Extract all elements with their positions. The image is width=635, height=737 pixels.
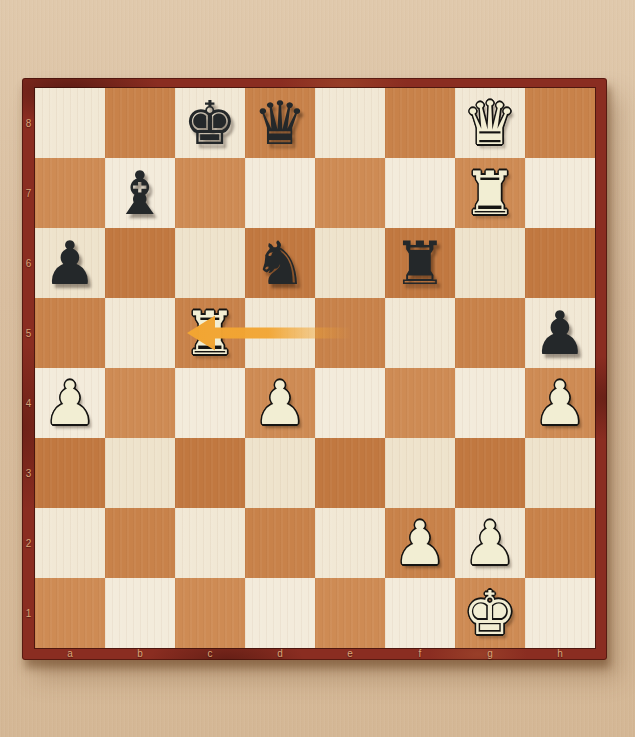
square-c3[interactable]	[175, 438, 245, 508]
square-e3[interactable]	[315, 438, 385, 508]
square-d2[interactable]	[245, 508, 315, 578]
square-e7[interactable]	[315, 158, 385, 228]
piece-white-pawn[interactable]: ♟	[43, 368, 97, 438]
square-c1[interactable]	[175, 578, 245, 648]
square-h5[interactable]: ♟	[525, 298, 595, 368]
rank-label-3: 3	[22, 438, 35, 508]
piece-black-pawn[interactable]: ♟	[43, 228, 97, 298]
square-c5[interactable]: ♜	[175, 298, 245, 368]
piece-black-bishop[interactable]: ♝	[113, 158, 167, 228]
square-f4[interactable]	[385, 368, 455, 438]
square-h2[interactable]	[525, 508, 595, 578]
square-b6[interactable]	[105, 228, 175, 298]
square-e8[interactable]	[315, 88, 385, 158]
square-b5[interactable]	[105, 298, 175, 368]
rank-labels: 87654321	[22, 88, 35, 648]
file-label-d: d	[245, 648, 315, 660]
piece-white-rook[interactable]: ♜	[463, 158, 517, 228]
piece-black-king[interactable]: ♚	[183, 88, 237, 158]
rank-label-7: 7	[22, 158, 35, 228]
piece-black-rook[interactable]: ♜	[393, 228, 447, 298]
square-h3[interactable]	[525, 438, 595, 508]
square-a8[interactable]	[35, 88, 105, 158]
square-h7[interactable]	[525, 158, 595, 228]
file-label-g: g	[455, 648, 525, 660]
piece-black-pawn[interactable]: ♟	[533, 298, 587, 368]
square-d7[interactable]	[245, 158, 315, 228]
square-f8[interactable]	[385, 88, 455, 158]
square-b2[interactable]	[105, 508, 175, 578]
piece-black-queen[interactable]: ♛	[253, 88, 307, 158]
square-b1[interactable]	[105, 578, 175, 648]
square-d3[interactable]	[245, 438, 315, 508]
file-label-a: a	[35, 648, 105, 660]
square-a3[interactable]	[35, 438, 105, 508]
square-e1[interactable]	[315, 578, 385, 648]
square-a5[interactable]	[35, 298, 105, 368]
square-f7[interactable]	[385, 158, 455, 228]
square-d6[interactable]: ♞	[245, 228, 315, 298]
square-c2[interactable]	[175, 508, 245, 578]
square-b4[interactable]	[105, 368, 175, 438]
square-a1[interactable]	[35, 578, 105, 648]
square-e6[interactable]	[315, 228, 385, 298]
piece-white-rook[interactable]: ♜	[183, 298, 237, 368]
file-label-f: f	[385, 648, 455, 660]
square-g3[interactable]	[455, 438, 525, 508]
square-a2[interactable]	[35, 508, 105, 578]
square-g8[interactable]: ♛	[455, 88, 525, 158]
square-b3[interactable]	[105, 438, 175, 508]
piece-white-queen[interactable]: ♛	[463, 88, 517, 158]
piece-black-knight[interactable]: ♞	[253, 228, 307, 298]
board-grid: ♚♛♛♝♜♟♞♜♜♟♟♟♟♟♟♚	[35, 88, 595, 648]
file-label-h: h	[525, 648, 595, 660]
square-h1[interactable]	[525, 578, 595, 648]
square-c6[interactable]	[175, 228, 245, 298]
square-d4[interactable]: ♟	[245, 368, 315, 438]
rank-label-2: 2	[22, 508, 35, 578]
square-g7[interactable]: ♜	[455, 158, 525, 228]
square-f1[interactable]	[385, 578, 455, 648]
file-label-b: b	[105, 648, 175, 660]
piece-white-pawn[interactable]: ♟	[533, 368, 587, 438]
square-h6[interactable]	[525, 228, 595, 298]
rank-label-5: 5	[22, 298, 35, 368]
square-f3[interactable]	[385, 438, 455, 508]
chess-board: 87654321 abcdefgh ♚♛♛♝♜♟♞♜♜♟♟♟♟♟♟♚	[22, 78, 607, 660]
piece-white-pawn[interactable]: ♟	[253, 368, 307, 438]
rank-label-4: 4	[22, 368, 35, 438]
square-e2[interactable]	[315, 508, 385, 578]
square-h8[interactable]	[525, 88, 595, 158]
file-label-c: c	[175, 648, 245, 660]
square-g1[interactable]: ♚	[455, 578, 525, 648]
square-d5[interactable]	[245, 298, 315, 368]
square-g5[interactable]	[455, 298, 525, 368]
page-background: 87654321 abcdefgh ♚♛♛♝♜♟♞♜♜♟♟♟♟♟♟♚	[0, 0, 635, 737]
piece-white-pawn[interactable]: ♟	[463, 508, 517, 578]
square-c8[interactable]: ♚	[175, 88, 245, 158]
square-g2[interactable]: ♟	[455, 508, 525, 578]
square-f2[interactable]: ♟	[385, 508, 455, 578]
square-g4[interactable]	[455, 368, 525, 438]
square-d8[interactable]: ♛	[245, 88, 315, 158]
square-a7[interactable]	[35, 158, 105, 228]
square-a6[interactable]: ♟	[35, 228, 105, 298]
square-f5[interactable]	[385, 298, 455, 368]
square-a4[interactable]: ♟	[35, 368, 105, 438]
rank-label-8: 8	[22, 88, 35, 158]
file-label-e: e	[315, 648, 385, 660]
square-h4[interactable]: ♟	[525, 368, 595, 438]
square-f6[interactable]: ♜	[385, 228, 455, 298]
file-labels: abcdefgh	[35, 648, 595, 660]
square-c4[interactable]	[175, 368, 245, 438]
piece-white-pawn[interactable]: ♟	[393, 508, 447, 578]
square-e5[interactable]	[315, 298, 385, 368]
square-b7[interactable]: ♝	[105, 158, 175, 228]
square-b8[interactable]	[105, 88, 175, 158]
square-g6[interactable]	[455, 228, 525, 298]
square-e4[interactable]	[315, 368, 385, 438]
rank-label-6: 6	[22, 228, 35, 298]
piece-white-king[interactable]: ♚	[463, 578, 517, 648]
square-c7[interactable]	[175, 158, 245, 228]
rank-label-1: 1	[22, 578, 35, 648]
square-d1[interactable]	[245, 578, 315, 648]
